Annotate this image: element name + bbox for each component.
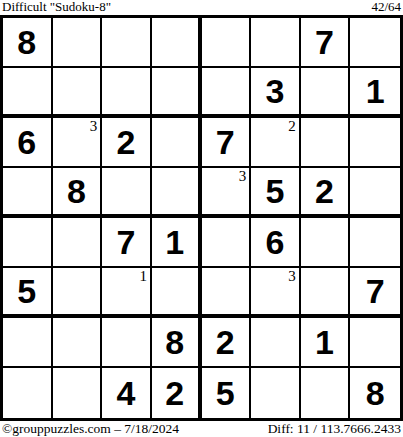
cell-r2c3[interactable] <box>102 68 152 118</box>
cell-r1c4[interactable] <box>152 18 202 68</box>
given-digit: 1 <box>165 225 184 259</box>
cell-r4c3[interactable] <box>102 168 152 218</box>
cell-r1c5[interactable] <box>202 18 252 68</box>
cell-r6c4[interactable] <box>152 268 202 318</box>
page-footer: ©grouppuzzles.com – 7/18/2024 Diff: 11 /… <box>0 422 403 437</box>
cell-r6c5[interactable] <box>202 268 252 318</box>
pencil-mark: 3 <box>90 119 98 134</box>
cell-r6c2[interactable] <box>53 268 103 318</box>
cell-r5c2[interactable] <box>53 218 103 268</box>
cell-r2c1[interactable] <box>3 68 53 118</box>
cell-r8c5[interactable]: 5 <box>202 368 252 418</box>
cell-r5c5[interactable] <box>202 218 252 268</box>
cell-r8c2[interactable] <box>53 368 103 418</box>
pencil-mark: 1 <box>139 269 147 284</box>
cell-r8c3[interactable]: 4 <box>102 368 152 418</box>
given-digit: 2 <box>117 125 136 159</box>
sudoku-page: { "game": "sudoku", "variant": "8x8 Sudo… <box>0 0 403 437</box>
cell-r3c6[interactable]: 2 <box>251 118 301 168</box>
cell-r4c2[interactable]: 8 <box>53 168 103 218</box>
cell-r1c6[interactable] <box>251 18 301 68</box>
given-digit: 1 <box>315 325 334 359</box>
cell-r8c6[interactable] <box>251 368 301 418</box>
cell-r5c7[interactable] <box>301 218 351 268</box>
cell-r8c7[interactable] <box>301 368 351 418</box>
cell-r8c8[interactable]: 8 <box>350 368 400 418</box>
pencil-mark: 2 <box>288 119 296 134</box>
puzzle-title: Difficult "Sudoku-8" <box>2 0 111 13</box>
given-digit: 5 <box>265 174 284 208</box>
given-digit: 8 <box>366 376 385 410</box>
sudoku-board: 873163272835271651378214258 <box>0 15 403 421</box>
cell-r7c8[interactable] <box>350 318 400 368</box>
cell-r6c6[interactable]: 3 <box>251 268 301 318</box>
cell-r4c1[interactable] <box>3 168 53 218</box>
cell-r3c3[interactable]: 2 <box>102 118 152 168</box>
pencil-mark: 3 <box>239 169 247 184</box>
cell-r4c8[interactable] <box>350 168 400 218</box>
given-digit: 4 <box>117 376 136 410</box>
given-digit: 7 <box>315 25 334 59</box>
given-digit: 8 <box>67 174 86 208</box>
cell-r2c7[interactable] <box>301 68 351 118</box>
cell-r4c7[interactable]: 2 <box>301 168 351 218</box>
cell-r4c6[interactable]: 5 <box>251 168 301 218</box>
cell-r8c1[interactable] <box>3 368 53 418</box>
cell-r4c5[interactable]: 3 <box>202 168 252 218</box>
cell-r3c1[interactable]: 6 <box>3 118 53 168</box>
cell-r7c7[interactable]: 1 <box>301 318 351 368</box>
cell-r5c6[interactable]: 6 <box>251 218 301 268</box>
cell-r3c2[interactable]: 3 <box>53 118 103 168</box>
given-digit: 5 <box>216 376 235 410</box>
cell-r1c2[interactable] <box>53 18 103 68</box>
cell-r3c8[interactable] <box>350 118 400 168</box>
given-digit: 8 <box>165 325 184 359</box>
given-digit: 6 <box>17 125 36 159</box>
given-digit: 5 <box>17 274 36 308</box>
given-digit: 7 <box>216 125 235 159</box>
cell-r3c4[interactable] <box>152 118 202 168</box>
cell-r5c1[interactable] <box>3 218 53 268</box>
given-digit: 3 <box>265 74 284 108</box>
page-header: Difficult "Sudoku-8" 42/64 <box>0 0 403 14</box>
cell-r3c5[interactable]: 7 <box>202 118 252 168</box>
cell-r1c1[interactable]: 8 <box>3 18 53 68</box>
cell-r6c1[interactable]: 5 <box>3 268 53 318</box>
cell-r3c7[interactable] <box>301 118 351 168</box>
cell-r8c4[interactable]: 2 <box>152 368 202 418</box>
cell-r6c8[interactable]: 7 <box>350 268 400 318</box>
cell-r5c8[interactable] <box>350 218 400 268</box>
cell-r6c3[interactable]: 1 <box>102 268 152 318</box>
cell-r2c6[interactable]: 3 <box>251 68 301 118</box>
given-digit: 2 <box>315 174 334 208</box>
cell-r2c2[interactable] <box>53 68 103 118</box>
cell-r2c4[interactable] <box>152 68 202 118</box>
cell-r1c3[interactable] <box>102 18 152 68</box>
cell-r7c1[interactable] <box>3 318 53 368</box>
cell-r7c2[interactable] <box>53 318 103 368</box>
pencil-mark: 3 <box>288 269 296 284</box>
given-digit: 2 <box>165 376 184 410</box>
cell-r5c4[interactable]: 1 <box>152 218 202 268</box>
given-digit: 7 <box>366 274 385 308</box>
puzzle-counter: 42/64 <box>371 0 401 13</box>
cell-r7c6[interactable] <box>251 318 301 368</box>
difficulty-text: Diff: 11 / 113.7666.2433 <box>268 422 401 436</box>
cell-r5c3[interactable]: 7 <box>102 218 152 268</box>
cell-r7c4[interactable]: 8 <box>152 318 202 368</box>
given-digit: 1 <box>366 74 385 108</box>
cell-r1c7[interactable]: 7 <box>301 18 351 68</box>
given-digit: 8 <box>17 25 36 59</box>
cell-r2c5[interactable] <box>202 68 252 118</box>
given-digit: 6 <box>265 225 284 259</box>
cell-r6c7[interactable] <box>301 268 351 318</box>
copyright-text: ©grouppuzzles.com – 7/18/2024 <box>2 422 179 436</box>
given-digit: 7 <box>117 225 136 259</box>
cell-r7c5[interactable]: 2 <box>202 318 252 368</box>
cell-r4c4[interactable] <box>152 168 202 218</box>
given-digit: 2 <box>216 325 235 359</box>
cell-r7c3[interactable] <box>102 318 152 368</box>
cell-r2c8[interactable]: 1 <box>350 68 400 118</box>
cell-r1c8[interactable] <box>350 18 400 68</box>
